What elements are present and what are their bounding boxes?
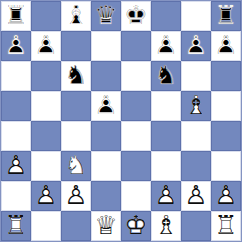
piece-glyph-fill: ♛: [94, 2, 117, 28]
square-c6[interactable]: ♞♘: [61, 61, 91, 91]
square-e5[interactable]: [121, 91, 151, 121]
square-f6[interactable]: ♞♘: [151, 61, 181, 91]
square-d1[interactable]: ♛♕: [91, 211, 121, 241]
piece-glyph-outline: ♙: [94, 92, 117, 118]
square-d3[interactable]: [91, 151, 121, 181]
square-e6[interactable]: [121, 61, 151, 91]
square-b4[interactable]: [31, 121, 61, 151]
piece-white-pawn: ♟♙: [61, 181, 91, 211]
piece-white-pawn: ♟♙: [211, 181, 241, 211]
piece-white-pawn: ♟♙: [181, 181, 211, 211]
square-g6[interactable]: [181, 61, 211, 91]
square-c4[interactable]: [61, 121, 91, 151]
chess-board: ♜♖♝♗♛♕♚♔♜♖♟♙♟♙♟♙♟♙♟♙♞♘♞♘♟♙♝♗♟♙♞♘♟♙♟♙♟♙♟♙…: [0, 0, 242, 242]
square-c3[interactable]: ♞♘: [61, 151, 91, 181]
piece-glyph-fill: ♟: [184, 32, 207, 58]
square-e2[interactable]: [121, 181, 151, 211]
square-e1[interactable]: ♚♔: [121, 211, 151, 241]
piece-glyph-outline: ♖: [4, 212, 27, 238]
piece-glyph-fill: ♝: [154, 212, 177, 238]
piece-black-pawn: ♟♙: [1, 31, 31, 61]
square-g7[interactable]: ♟♙: [181, 31, 211, 61]
square-h5[interactable]: [211, 91, 241, 121]
square-h4[interactable]: [211, 121, 241, 151]
piece-glyph-fill: ♟: [4, 32, 27, 58]
piece-glyph-outline: ♕: [94, 212, 117, 238]
piece-glyph-outline: ♘: [64, 62, 87, 88]
piece-glyph-fill: ♝: [64, 2, 87, 28]
square-h1[interactable]: ♜♖: [211, 211, 241, 241]
square-f5[interactable]: [151, 91, 181, 121]
square-a7[interactable]: ♟♙: [1, 31, 31, 61]
square-b5[interactable]: [31, 91, 61, 121]
piece-black-queen: ♛♕: [91, 1, 121, 31]
square-g8[interactable]: [181, 1, 211, 31]
square-a5[interactable]: [1, 91, 31, 121]
piece-glyph-fill: ♟: [214, 182, 237, 208]
square-a2[interactable]: [1, 181, 31, 211]
piece-black-knight: ♞♘: [61, 61, 91, 91]
piece-white-rook: ♜♖: [211, 211, 241, 241]
piece-white-rook: ♜♖: [1, 211, 31, 241]
piece-black-king: ♚♔: [121, 1, 151, 31]
square-h8[interactable]: ♜♖: [211, 1, 241, 31]
square-f4[interactable]: [151, 121, 181, 151]
piece-glyph-outline: ♙: [4, 152, 27, 178]
piece-glyph-fill: ♜: [4, 212, 27, 238]
piece-glyph-fill: ♜: [214, 2, 237, 28]
square-b8[interactable]: [31, 1, 61, 31]
square-f7[interactable]: ♟♙: [151, 31, 181, 61]
piece-glyph-outline: ♔: [124, 2, 147, 28]
piece-glyph-fill: ♟: [34, 182, 57, 208]
square-d2[interactable]: [91, 181, 121, 211]
piece-glyph-outline: ♔: [124, 212, 147, 238]
square-b7[interactable]: ♟♙: [31, 31, 61, 61]
piece-glyph-outline: ♖: [4, 2, 27, 28]
piece-glyph-fill: ♟: [34, 32, 57, 58]
square-d6[interactable]: [91, 61, 121, 91]
square-a8[interactable]: ♜♖: [1, 1, 31, 31]
piece-glyph-fill: ♝: [184, 92, 207, 118]
piece-black-rook: ♜♖: [1, 1, 31, 31]
square-b3[interactable]: [31, 151, 61, 181]
piece-glyph-outline: ♙: [64, 182, 87, 208]
piece-glyph-fill: ♞: [64, 62, 87, 88]
square-c5[interactable]: [61, 91, 91, 121]
piece-glyph-fill: ♛: [94, 212, 117, 238]
square-e4[interactable]: [121, 121, 151, 151]
square-a3[interactable]: ♟♙: [1, 151, 31, 181]
piece-white-pawn: ♟♙: [31, 181, 61, 211]
square-g2[interactable]: ♟♙: [181, 181, 211, 211]
piece-glyph-fill: ♚: [124, 2, 147, 28]
square-d4[interactable]: [91, 121, 121, 151]
piece-glyph-fill: ♟: [64, 182, 87, 208]
piece-black-pawn: ♟♙: [211, 31, 241, 61]
square-d5[interactable]: ♟♙: [91, 91, 121, 121]
piece-glyph-outline: ♘: [154, 62, 177, 88]
square-h3[interactable]: [211, 151, 241, 181]
square-g3[interactable]: [181, 151, 211, 181]
piece-white-knight: ♞♘: [61, 151, 91, 181]
piece-glyph-outline: ♗: [154, 212, 177, 238]
piece-white-pawn: ♟♙: [1, 151, 31, 181]
square-a1[interactable]: ♜♖: [1, 211, 31, 241]
square-e7[interactable]: [121, 31, 151, 61]
square-h2[interactable]: ♟♙: [211, 181, 241, 211]
piece-glyph-outline: ♗: [184, 92, 207, 118]
square-c8[interactable]: ♝♗: [61, 1, 91, 31]
square-b6[interactable]: [31, 61, 61, 91]
piece-glyph-fill: ♞: [64, 152, 87, 178]
piece-glyph-fill: ♚: [124, 212, 147, 238]
piece-black-pawn: ♟♙: [181, 31, 211, 61]
piece-glyph-outline: ♙: [184, 182, 207, 208]
piece-black-knight: ♞♘: [151, 61, 181, 91]
piece-glyph-fill: ♟: [184, 182, 207, 208]
square-b1[interactable]: [31, 211, 61, 241]
square-f2[interactable]: ♟♙: [151, 181, 181, 211]
piece-glyph-fill: ♟: [214, 32, 237, 58]
piece-white-king: ♚♔: [121, 211, 151, 241]
square-c2[interactable]: ♟♙: [61, 181, 91, 211]
piece-glyph-outline: ♙: [34, 182, 57, 208]
piece-glyph-outline: ♙: [184, 32, 207, 58]
piece-black-pawn: ♟♙: [151, 31, 181, 61]
piece-white-bishop: ♝♗: [181, 91, 211, 121]
piece-glyph-outline: ♙: [4, 32, 27, 58]
piece-glyph-fill: ♜: [4, 2, 27, 28]
piece-glyph-outline: ♙: [34, 32, 57, 58]
square-e8[interactable]: ♚♔: [121, 1, 151, 31]
square-f8[interactable]: [151, 1, 181, 31]
square-a4[interactable]: [1, 121, 31, 151]
square-h6[interactable]: [211, 61, 241, 91]
piece-glyph-outline: ♖: [214, 2, 237, 28]
square-d8[interactable]: ♛♕: [91, 1, 121, 31]
piece-white-bishop: ♝♗: [151, 211, 181, 241]
piece-glyph-fill: ♜: [214, 212, 237, 238]
square-g4[interactable]: [181, 121, 211, 151]
square-f1[interactable]: ♝♗: [151, 211, 181, 241]
piece-glyph-outline: ♗: [64, 2, 87, 28]
piece-glyph-fill: ♟: [154, 32, 177, 58]
square-c1[interactable]: [61, 211, 91, 241]
piece-black-bishop: ♝♗: [61, 1, 91, 31]
square-e3[interactable]: [121, 151, 151, 181]
piece-glyph-outline: ♙: [154, 182, 177, 208]
piece-black-pawn: ♟♙: [91, 91, 121, 121]
piece-glyph-fill: ♟: [4, 152, 27, 178]
piece-glyph-outline: ♙: [214, 32, 237, 58]
piece-black-rook: ♜♖: [211, 1, 241, 31]
piece-glyph-outline: ♖: [214, 212, 237, 238]
piece-black-pawn: ♟♙: [31, 31, 61, 61]
piece-glyph-fill: ♟: [94, 92, 117, 118]
square-b2[interactable]: ♟♙: [31, 181, 61, 211]
piece-glyph-fill: ♞: [154, 62, 177, 88]
square-g5[interactable]: ♝♗: [181, 91, 211, 121]
piece-white-pawn: ♟♙: [151, 181, 181, 211]
piece-white-queen: ♛♕: [91, 211, 121, 241]
square-d7[interactable]: [91, 31, 121, 61]
square-c7[interactable]: [61, 31, 91, 61]
piece-glyph-outline: ♘: [64, 152, 87, 178]
piece-glyph-outline: ♙: [154, 32, 177, 58]
piece-glyph-outline: ♕: [94, 2, 117, 28]
piece-glyph-outline: ♙: [214, 182, 237, 208]
square-g1[interactable]: [181, 211, 211, 241]
square-a6[interactable]: [1, 61, 31, 91]
square-h7[interactable]: ♟♙: [211, 31, 241, 61]
square-f3[interactable]: [151, 151, 181, 181]
piece-glyph-fill: ♟: [154, 182, 177, 208]
